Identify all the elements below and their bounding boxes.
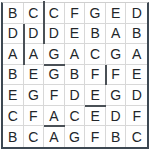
cell-letter: F <box>29 109 38 123</box>
cell-letter: G <box>28 88 39 102</box>
grid-cell-r5c4[interactable]: D <box>65 85 86 106</box>
cell-letter: E <box>70 26 79 40</box>
cell-letter: G <box>48 67 59 81</box>
grid-cell-r3c6[interactable]: G <box>106 44 127 65</box>
cell-letter: A <box>8 47 17 61</box>
cell-letter: C <box>8 109 18 123</box>
cell-letter: D <box>28 26 38 40</box>
cell-letter: B <box>70 67 79 81</box>
grid-cell-r6c5[interactable]: E <box>85 106 106 127</box>
grid-cell-r2c7[interactable]: B <box>126 24 147 45</box>
cell-letter: F <box>91 130 100 144</box>
cell-letter: C <box>28 6 38 20</box>
grid-cell-r2c3[interactable]: D <box>44 24 65 45</box>
cell-letter: B <box>111 130 120 144</box>
grid-cell-r7c5[interactable]: F <box>85 126 106 147</box>
grid-cell-r6c3[interactable]: A <box>44 106 65 127</box>
grid-cell-r2c6[interactable]: A <box>106 24 127 45</box>
grid-cell-r1c2[interactable]: C <box>24 3 45 24</box>
cell-letter: F <box>91 67 100 81</box>
grid-cell-r1c6[interactable]: E <box>106 3 127 24</box>
letter-grid: BCCFGEDDDDEBABAAGACGABEGBFFEEGFDEGDCFACE… <box>3 3 147 147</box>
cell-letter: F <box>50 88 59 102</box>
grid-cell-r2c5[interactable]: B <box>85 24 106 45</box>
cell-letter: E <box>132 67 141 81</box>
grid-cell-r3c1[interactable]: A <box>3 44 24 65</box>
cell-letter: D <box>49 26 59 40</box>
grid-cell-r3c7[interactable]: A <box>126 44 147 65</box>
letter-grid-board: BCCFGEDDDDEBABAAGACGABEGBFFEEGFDEGDCFACE… <box>1 2 149 149</box>
grid-cell-r1c7[interactable]: D <box>126 3 147 24</box>
grid-cell-r4c5[interactable]: F <box>85 65 106 86</box>
grid-cell-r4c1[interactable]: B <box>3 65 24 86</box>
grid-cell-r7c2[interactable]: C <box>24 126 45 147</box>
cell-letter: D <box>69 88 79 102</box>
cell-letter: E <box>8 88 17 102</box>
grid-cell-r4c2[interactable]: E <box>24 65 45 86</box>
grid-cell-r7c1[interactable]: B <box>3 126 24 147</box>
cell-letter: E <box>29 67 38 81</box>
grid-cell-r3c3[interactable]: G <box>44 44 65 65</box>
cell-letter: A <box>132 47 141 61</box>
grid-cell-r5c3[interactable]: F <box>44 85 65 106</box>
cell-letter: G <box>69 130 80 144</box>
grid-cell-r1c3[interactable]: C <box>44 3 65 24</box>
cell-letter: E <box>111 6 120 20</box>
cell-letter: B <box>8 130 17 144</box>
grid-cell-r7c4[interactable]: G <box>65 126 86 147</box>
grid-cell-r7c7[interactable]: C <box>126 126 147 147</box>
cell-letter: C <box>90 47 100 61</box>
grid-cell-r6c2[interactable]: F <box>24 106 45 127</box>
grid-cell-r7c3[interactable]: A <box>44 126 65 147</box>
grid-cell-r6c4[interactable]: C <box>65 106 86 127</box>
cell-letter: D <box>132 88 142 102</box>
grid-cell-r3c4[interactable]: A <box>65 44 86 65</box>
cell-letter: F <box>111 67 120 81</box>
cell-letter: G <box>110 88 121 102</box>
grid-cell-r5c5[interactable]: E <box>85 85 106 106</box>
cell-letter: A <box>49 109 58 123</box>
grid-cell-r3c5[interactable]: C <box>85 44 106 65</box>
grid-cell-r1c4[interactable]: F <box>65 3 86 24</box>
cell-letter: E <box>90 109 99 123</box>
cell-letter: C <box>49 6 59 20</box>
grid-cell-r4c4[interactable]: B <box>65 65 86 86</box>
grid-cell-r6c6[interactable]: D <box>106 106 127 127</box>
grid-cell-r4c6[interactable]: F <box>106 65 127 86</box>
cell-letter: F <box>70 6 79 20</box>
grid-cell-r2c2[interactable]: D <box>24 24 45 45</box>
grid-cell-r7c6[interactable]: B <box>106 126 127 147</box>
cell-letter: C <box>132 130 142 144</box>
grid-cell-r6c1[interactable]: C <box>3 106 24 127</box>
grid-cell-r1c1[interactable]: B <box>3 3 24 24</box>
grid-cell-r5c2[interactable]: G <box>24 85 45 106</box>
grid-cell-r2c4[interactable]: E <box>65 24 86 45</box>
grid-cell-r5c7[interactable]: D <box>126 85 147 106</box>
cell-letter: G <box>90 6 101 20</box>
grid-cell-r5c6[interactable]: G <box>106 85 127 106</box>
cell-letter: E <box>90 88 99 102</box>
cell-letter: A <box>70 47 79 61</box>
grid-cell-r3c2[interactable]: A <box>24 44 45 65</box>
cell-letter: D <box>111 109 121 123</box>
grid-cell-r5c1[interactable]: E <box>3 85 24 106</box>
grid-cell-r2c1[interactable]: D <box>3 24 24 45</box>
cell-letter: C <box>69 109 79 123</box>
cell-letter: B <box>90 26 99 40</box>
cell-letter: B <box>8 67 17 81</box>
cell-letter: A <box>49 130 58 144</box>
cell-letter: B <box>132 26 141 40</box>
cell-letter: D <box>132 6 142 20</box>
cell-letter: A <box>111 26 120 40</box>
cell-letter: G <box>110 47 121 61</box>
cell-letter: C <box>28 130 38 144</box>
puzzle-board: BCCFGEDDDDEBABAAGACGABEGBFFEEGFDEGDCFACE… <box>0 0 150 150</box>
grid-cell-r1c5[interactable]: G <box>85 3 106 24</box>
cell-letter: G <box>48 47 59 61</box>
cell-letter: F <box>132 109 141 123</box>
grid-cell-r4c3[interactable]: G <box>44 65 65 86</box>
grid-cell-r6c7[interactable]: F <box>126 106 147 127</box>
grid-cell-r4c7[interactable]: E <box>126 65 147 86</box>
cell-letter: B <box>8 6 17 20</box>
cell-letter: D <box>8 26 18 40</box>
cell-letter: A <box>29 47 38 61</box>
